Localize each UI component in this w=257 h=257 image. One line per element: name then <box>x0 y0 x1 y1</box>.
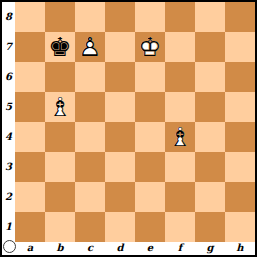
square-a7[interactable] <box>15 32 45 62</box>
square-e5[interactable] <box>135 92 165 122</box>
square-a5[interactable] <box>15 92 45 122</box>
square-f5[interactable] <box>165 92 195 122</box>
bishop-fill-layer: ♝ <box>165 122 195 152</box>
rank-label-3: 3 <box>2 152 15 182</box>
square-d1[interactable] <box>105 212 135 242</box>
square-f8[interactable] <box>165 2 195 32</box>
square-f4[interactable]: ♝♗ <box>165 122 195 152</box>
square-a6[interactable] <box>15 62 45 92</box>
square-c6[interactable] <box>75 62 105 92</box>
square-e3[interactable] <box>135 152 165 182</box>
square-a3[interactable] <box>15 152 45 182</box>
square-g6[interactable] <box>195 62 225 92</box>
square-h6[interactable] <box>225 62 255 92</box>
file-label-c: c <box>75 242 105 255</box>
square-b7[interactable]: ♚ <box>45 32 75 62</box>
square-b3[interactable] <box>45 152 75 182</box>
square-a4[interactable] <box>15 122 45 152</box>
square-b4[interactable] <box>45 122 75 152</box>
file-label-f: f <box>165 242 195 255</box>
square-c8[interactable] <box>75 2 105 32</box>
rank-label-4: 4 <box>2 122 15 152</box>
square-f3[interactable] <box>165 152 195 182</box>
square-b1[interactable] <box>45 212 75 242</box>
pawn-fill-layer: ♟ <box>75 32 105 62</box>
square-c5[interactable] <box>75 92 105 122</box>
square-f2[interactable] <box>165 182 195 212</box>
square-g1[interactable] <box>195 212 225 242</box>
bishop-outline-layer: ♗ <box>45 92 75 122</box>
square-f6[interactable] <box>165 62 195 92</box>
bishop-outline-layer: ♗ <box>165 122 195 152</box>
file-label-g: g <box>195 242 225 255</box>
black-king[interactable]: ♚ <box>45 32 75 62</box>
bishop-fill-layer: ♝ <box>45 92 75 122</box>
square-b2[interactable] <box>45 182 75 212</box>
square-e4[interactable] <box>135 122 165 152</box>
square-g2[interactable] <box>195 182 225 212</box>
chess-diagram: 87654321 ♚♟♙♚♔♝♗♝♗ abcdefgh <box>0 0 257 257</box>
white-bishop[interactable]: ♝♗ <box>165 122 195 152</box>
square-c4[interactable] <box>75 122 105 152</box>
square-d2[interactable] <box>105 182 135 212</box>
square-h1[interactable] <box>225 212 255 242</box>
side-to-move-indicator <box>3 240 16 253</box>
file-label-h: h <box>225 242 255 255</box>
square-d7[interactable] <box>105 32 135 62</box>
file-label-d: d <box>105 242 135 255</box>
white-king[interactable]: ♚♔ <box>135 32 165 62</box>
chess-board[interactable]: ♚♟♙♚♔♝♗♝♗ <box>15 2 255 242</box>
square-h7[interactable] <box>225 32 255 62</box>
square-e8[interactable] <box>135 2 165 32</box>
king-fill-layer: ♚ <box>135 32 165 62</box>
white-bishop[interactable]: ♝♗ <box>45 92 75 122</box>
rank-label-5: 5 <box>2 92 15 122</box>
square-e1[interactable] <box>135 212 165 242</box>
square-d4[interactable] <box>105 122 135 152</box>
square-h5[interactable] <box>225 92 255 122</box>
rank-label-8: 8 <box>2 2 15 32</box>
rank-label-2: 2 <box>2 182 15 212</box>
pawn-outline-layer: ♙ <box>75 32 105 62</box>
rank-label-7: 7 <box>2 32 15 62</box>
square-g3[interactable] <box>195 152 225 182</box>
square-g5[interactable] <box>195 92 225 122</box>
square-g8[interactable] <box>195 2 225 32</box>
square-f1[interactable] <box>165 212 195 242</box>
king-outline-layer: ♔ <box>135 32 165 62</box>
square-g7[interactable] <box>195 32 225 62</box>
square-h8[interactable] <box>225 2 255 32</box>
rank-label-1: 1 <box>2 212 15 242</box>
square-d8[interactable] <box>105 2 135 32</box>
king-fill-layer: ♚ <box>45 32 75 62</box>
square-c1[interactable] <box>75 212 105 242</box>
square-f7[interactable] <box>165 32 195 62</box>
square-a2[interactable] <box>15 182 45 212</box>
file-label-b: b <box>45 242 75 255</box>
file-label-a: a <box>15 242 45 255</box>
square-b5[interactable]: ♝♗ <box>45 92 75 122</box>
square-h2[interactable] <box>225 182 255 212</box>
square-g4[interactable] <box>195 122 225 152</box>
square-a1[interactable] <box>15 212 45 242</box>
square-h4[interactable] <box>225 122 255 152</box>
file-labels: abcdefgh <box>15 242 255 255</box>
square-e6[interactable] <box>135 62 165 92</box>
square-h3[interactable] <box>225 152 255 182</box>
rank-labels: 87654321 <box>2 2 15 242</box>
rank-label-6: 6 <box>2 62 15 92</box>
square-d5[interactable] <box>105 92 135 122</box>
square-c2[interactable] <box>75 182 105 212</box>
square-d6[interactable] <box>105 62 135 92</box>
square-b6[interactable] <box>45 62 75 92</box>
square-e7[interactable]: ♚♔ <box>135 32 165 62</box>
square-b8[interactable] <box>45 2 75 32</box>
white-pawn[interactable]: ♟♙ <box>75 32 105 62</box>
square-e2[interactable] <box>135 182 165 212</box>
square-c7[interactable]: ♟♙ <box>75 32 105 62</box>
file-label-e: e <box>135 242 165 255</box>
square-a8[interactable] <box>15 2 45 32</box>
square-c3[interactable] <box>75 152 105 182</box>
square-d3[interactable] <box>105 152 135 182</box>
